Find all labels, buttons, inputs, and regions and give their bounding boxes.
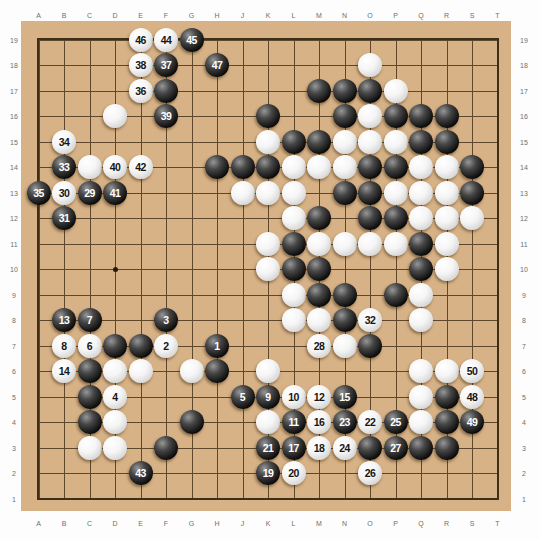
move-number-38: 38: [129, 53, 153, 77]
row-label-left-15: 15: [10, 138, 18, 145]
column-label-top-E: E: [138, 12, 143, 19]
column-label-bottom-A: A: [36, 520, 41, 527]
row-label-left-19: 19: [10, 36, 18, 43]
stone-black-K14: [256, 155, 280, 179]
row-label-right-19: 19: [520, 36, 528, 43]
row-label-right-17: 17: [520, 87, 528, 94]
move-number-46: 46: [129, 28, 153, 52]
stone-white-N11: [333, 232, 357, 256]
stone-white-B7: 8: [52, 334, 76, 358]
stone-white-S6: 50: [460, 359, 484, 383]
stone-black-D13: 41: [103, 181, 127, 205]
stone-black-N9: [333, 283, 357, 307]
stone-black-C5: [78, 385, 102, 409]
column-label-bottom-G: G: [189, 520, 194, 527]
column-label-top-T: T: [495, 12, 499, 19]
stone-black-G4: [180, 410, 204, 434]
move-number-19: 19: [256, 461, 280, 485]
stone-black-K5: 9: [256, 385, 280, 409]
move-number-27: 27: [384, 436, 408, 460]
row-label-right-4: 4: [522, 419, 526, 426]
stone-white-M7: 28: [307, 334, 331, 358]
column-label-top-L: L: [292, 12, 296, 19]
row-label-right-3: 3: [522, 444, 526, 451]
row-label-left-5: 5: [12, 393, 16, 400]
stone-black-E7: [129, 334, 153, 358]
move-number-7: 7: [78, 308, 102, 332]
stone-black-F8: 3: [154, 308, 178, 332]
stone-white-R10: [435, 257, 459, 281]
move-number-23: 23: [333, 410, 357, 434]
row-label-left-11: 11: [10, 240, 17, 247]
column-label-top-N: N: [342, 12, 347, 19]
stone-white-R6: [435, 359, 459, 383]
stone-white-M5: 12: [307, 385, 331, 409]
stone-black-R15: [435, 130, 459, 154]
move-number-11: 11: [282, 410, 306, 434]
stone-black-H7: 1: [205, 334, 229, 358]
stone-white-M14: [307, 155, 331, 179]
stone-white-L14: [282, 155, 306, 179]
stone-black-H14: [205, 155, 229, 179]
stone-black-N16: [333, 104, 357, 128]
stone-black-B14: 33: [52, 155, 76, 179]
column-label-top-R: R: [444, 12, 449, 19]
move-number-3: 3: [154, 308, 178, 332]
stone-white-L2: 20: [282, 461, 306, 485]
stone-black-C4: [78, 410, 102, 434]
stone-black-P16: [384, 104, 408, 128]
move-number-39: 39: [154, 104, 178, 128]
row-label-right-13: 13: [520, 189, 528, 196]
stone-white-L13: [282, 181, 306, 205]
stone-white-L9: [282, 283, 306, 307]
stone-white-O18: [358, 53, 382, 77]
stone-white-B6: 14: [52, 359, 76, 383]
move-number-36: 36: [129, 79, 153, 103]
stone-white-L12: [282, 206, 306, 230]
stone-white-M4: 16: [307, 410, 331, 434]
stone-white-N14: [333, 155, 357, 179]
stone-white-C3: [78, 436, 102, 460]
row-label-left-8: 8: [12, 317, 16, 324]
column-label-bottom-K: K: [266, 520, 271, 527]
move-number-17: 17: [282, 436, 306, 460]
stone-black-S14: [460, 155, 484, 179]
column-label-top-Q: Q: [418, 12, 423, 19]
stone-black-K16: [256, 104, 280, 128]
stone-black-B12: 31: [52, 206, 76, 230]
stone-black-O13: [358, 181, 382, 205]
column-label-bottom-H: H: [214, 520, 219, 527]
stone-black-R4: [435, 410, 459, 434]
stone-white-P11: [384, 232, 408, 256]
stone-white-D4: [103, 410, 127, 434]
stone-black-Q15: [409, 130, 433, 154]
move-number-48: 48: [460, 385, 484, 409]
move-number-45: 45: [180, 28, 204, 52]
stone-white-N7: [333, 334, 357, 358]
stone-white-M3: 18: [307, 436, 331, 460]
stone-white-P15: [384, 130, 408, 154]
column-label-bottom-B: B: [62, 520, 67, 527]
column-label-top-H: H: [214, 12, 219, 19]
move-number-16: 16: [307, 410, 331, 434]
stone-black-P14: [384, 155, 408, 179]
stone-black-H6: [205, 359, 229, 383]
move-number-40: 40: [103, 155, 127, 179]
column-label-bottom-E: E: [138, 520, 143, 527]
move-number-13: 13: [52, 308, 76, 332]
stone-white-R12: [435, 206, 459, 230]
stone-black-C8: 7: [78, 308, 102, 332]
move-number-22: 22: [358, 410, 382, 434]
stone-white-S12: [460, 206, 484, 230]
stone-black-D7: [103, 334, 127, 358]
stone-black-L11: [282, 232, 306, 256]
row-label-left-18: 18: [10, 62, 18, 69]
stone-black-N4: 23: [333, 410, 357, 434]
move-number-21: 21: [256, 436, 280, 460]
stone-black-R16: [435, 104, 459, 128]
stone-black-O12: [358, 206, 382, 230]
row-label-right-7: 7: [522, 342, 526, 349]
column-label-top-M: M: [316, 12, 322, 19]
move-number-14: 14: [52, 359, 76, 383]
stone-white-Q14: [409, 155, 433, 179]
stone-black-F18: 37: [154, 53, 178, 77]
stone-white-E18: 38: [129, 53, 153, 77]
column-label-top-J: J: [241, 12, 245, 19]
stone-black-C6: [78, 359, 102, 383]
move-number-44: 44: [154, 28, 178, 52]
column-label-bottom-N: N: [342, 520, 347, 527]
move-number-18: 18: [307, 436, 331, 460]
move-number-50: 50: [460, 359, 484, 383]
column-label-bottom-F: F: [164, 520, 168, 527]
stone-white-L8: [282, 308, 306, 332]
row-label-left-3: 3: [12, 444, 16, 451]
stone-black-N17: [333, 79, 357, 103]
row-label-right-1: 1: [522, 495, 526, 502]
stone-white-F7: 2: [154, 334, 178, 358]
stone-black-M15: [307, 130, 331, 154]
stone-white-D6: [103, 359, 127, 383]
stone-white-N15: [333, 130, 357, 154]
move-number-30: 30: [52, 181, 76, 205]
move-number-20: 20: [282, 461, 306, 485]
stone-black-M9: [307, 283, 331, 307]
row-label-left-2: 2: [12, 470, 16, 477]
column-label-top-F: F: [164, 12, 168, 19]
row-label-right-2: 2: [522, 470, 526, 477]
row-label-left-7: 7: [12, 342, 16, 349]
stone-white-R14: [435, 155, 459, 179]
stone-white-Q9: [409, 283, 433, 307]
column-label-bottom-P: P: [393, 520, 398, 527]
stone-black-Q3: [409, 436, 433, 460]
stone-black-M17: [307, 79, 331, 103]
stone-white-L5: 10: [282, 385, 306, 409]
move-number-12: 12: [307, 385, 331, 409]
stone-black-P9: [384, 283, 408, 307]
stone-black-Q16: [409, 104, 433, 128]
stone-black-A13: 35: [27, 181, 51, 205]
move-number-6: 6: [78, 334, 102, 358]
move-number-28: 28: [307, 334, 331, 358]
column-label-top-S: S: [470, 12, 475, 19]
row-label-left-9: 9: [12, 291, 16, 298]
move-number-29: 29: [78, 181, 102, 205]
stone-white-G6: [180, 359, 204, 383]
row-label-left-12: 12: [10, 215, 18, 222]
stone-black-N8: [333, 308, 357, 332]
stone-white-K15: [256, 130, 280, 154]
stone-white-M8: [307, 308, 331, 332]
stone-white-O8: 32: [358, 308, 382, 332]
row-label-right-18: 18: [520, 62, 528, 69]
stone-white-D5: 4: [103, 385, 127, 409]
stone-black-P4: 25: [384, 410, 408, 434]
row-label-left-16: 16: [10, 113, 18, 120]
column-label-top-B: B: [62, 12, 67, 19]
stone-black-J5: 5: [231, 385, 255, 409]
row-label-right-16: 16: [520, 113, 528, 120]
stone-black-L3: 17: [282, 436, 306, 460]
stone-black-M10: [307, 257, 331, 281]
stone-white-Q8: [409, 308, 433, 332]
stone-black-P12: [384, 206, 408, 230]
row-label-left-4: 4: [12, 419, 16, 426]
stone-black-M12: [307, 206, 331, 230]
stone-black-G19: 45: [180, 28, 204, 52]
row-label-left-17: 17: [10, 87, 18, 94]
row-label-left-10: 10: [10, 266, 18, 273]
row-label-left-13: 13: [10, 189, 18, 196]
stone-black-R5: [435, 385, 459, 409]
stone-black-F3: [154, 436, 178, 460]
column-label-bottom-L: L: [292, 520, 296, 527]
column-label-top-C: C: [87, 12, 92, 19]
column-label-top-K: K: [266, 12, 271, 19]
stone-white-O2: 26: [358, 461, 382, 485]
column-label-bottom-T: T: [495, 520, 499, 527]
row-label-right-6: 6: [522, 368, 526, 375]
row-label-left-6: 6: [12, 368, 16, 375]
stone-white-N3: 24: [333, 436, 357, 460]
column-label-top-O: O: [367, 12, 372, 19]
star-point: [113, 267, 118, 272]
row-label-right-8: 8: [522, 317, 526, 324]
row-label-right-5: 5: [522, 393, 526, 400]
move-number-49: 49: [460, 410, 484, 434]
stone-white-M11: [307, 232, 331, 256]
stone-black-O7: [358, 334, 382, 358]
move-number-8: 8: [52, 334, 76, 358]
move-number-10: 10: [282, 385, 306, 409]
column-label-bottom-D: D: [112, 520, 117, 527]
stone-black-C13: 29: [78, 181, 102, 205]
stone-white-E17: 36: [129, 79, 153, 103]
move-number-2: 2: [154, 334, 178, 358]
move-number-47: 47: [205, 53, 229, 77]
row-label-right-12: 12: [520, 215, 528, 222]
move-number-4: 4: [103, 385, 127, 409]
stone-black-L15: [282, 130, 306, 154]
move-number-1: 1: [205, 334, 229, 358]
move-number-33: 33: [52, 155, 76, 179]
stone-white-E14: 42: [129, 155, 153, 179]
stone-white-C14: [78, 155, 102, 179]
move-number-24: 24: [333, 436, 357, 460]
row-label-left-14: 14: [10, 164, 18, 171]
stone-black-E2: 43: [129, 461, 153, 485]
column-label-bottom-R: R: [444, 520, 449, 527]
column-label-bottom-Q: Q: [418, 520, 423, 527]
stone-black-H18: 47: [205, 53, 229, 77]
move-number-42: 42: [129, 155, 153, 179]
stone-white-K11: [256, 232, 280, 256]
stone-black-L4: 11: [282, 410, 306, 434]
stone-black-F17: [154, 79, 178, 103]
row-label-left-1: 1: [12, 495, 16, 502]
move-number-31: 31: [52, 206, 76, 230]
stone-white-E19: 46: [129, 28, 153, 52]
stone-black-S4: 49: [460, 410, 484, 434]
stone-white-O4: 22: [358, 410, 382, 434]
go-diagram: AABBCCDDEEFFGGHHJJKKLLMMNNOOPPQQRRSSTT19…: [0, 0, 540, 540]
stone-white-O16: [358, 104, 382, 128]
move-number-5: 5: [231, 385, 255, 409]
column-label-top-G: G: [189, 12, 194, 19]
stone-white-B13: 30: [52, 181, 76, 205]
stone-black-O14: [358, 155, 382, 179]
move-number-9: 9: [256, 385, 280, 409]
move-number-26: 26: [358, 461, 382, 485]
column-label-bottom-O: O: [367, 520, 372, 527]
stone-white-Q12: [409, 206, 433, 230]
stone-black-L10: [282, 257, 306, 281]
stone-white-Q13: [409, 181, 433, 205]
stone-white-K4: [256, 410, 280, 434]
stone-black-O17: [358, 79, 382, 103]
row-label-right-15: 15: [520, 138, 528, 145]
column-label-bottom-C: C: [87, 520, 92, 527]
stone-black-Q11: [409, 232, 433, 256]
stone-white-K6: [256, 359, 280, 383]
stone-black-K3: 21: [256, 436, 280, 460]
stone-white-S5: 48: [460, 385, 484, 409]
move-number-41: 41: [103, 181, 127, 205]
move-number-43: 43: [129, 461, 153, 485]
column-label-bottom-J: J: [241, 520, 245, 527]
column-label-bottom-S: S: [470, 520, 475, 527]
stone-white-O11: [358, 232, 382, 256]
stone-white-O15: [358, 130, 382, 154]
stone-white-F19: 44: [154, 28, 178, 52]
column-label-top-P: P: [393, 12, 398, 19]
stone-black-F16: 39: [154, 104, 178, 128]
stone-white-K13: [256, 181, 280, 205]
stone-white-D16: [103, 104, 127, 128]
column-label-top-A: A: [36, 12, 41, 19]
move-number-32: 32: [358, 308, 382, 332]
stone-white-Q4: [409, 410, 433, 434]
stone-black-N5: 15: [333, 385, 357, 409]
stone-black-O3: [358, 436, 382, 460]
stone-white-P17: [384, 79, 408, 103]
stone-white-J13: [231, 181, 255, 205]
stone-black-S13: [460, 181, 484, 205]
row-label-right-10: 10: [520, 266, 528, 273]
stone-white-K10: [256, 257, 280, 281]
stone-black-N13: [333, 181, 357, 205]
stone-white-D3: [103, 436, 127, 460]
move-number-34: 34: [52, 130, 76, 154]
stone-black-B8: 13: [52, 308, 76, 332]
stone-white-C7: 6: [78, 334, 102, 358]
stone-black-Q10: [409, 257, 433, 281]
column-label-bottom-M: M: [316, 520, 322, 527]
stone-white-Q6: [409, 359, 433, 383]
stone-white-R11: [435, 232, 459, 256]
stone-black-J14: [231, 155, 255, 179]
move-number-37: 37: [154, 53, 178, 77]
stone-black-P3: 27: [384, 436, 408, 460]
stone-white-P13: [384, 181, 408, 205]
column-label-top-D: D: [112, 12, 117, 19]
move-number-15: 15: [333, 385, 357, 409]
stone-white-E6: [129, 359, 153, 383]
row-label-right-9: 9: [522, 291, 526, 298]
move-number-25: 25: [384, 410, 408, 434]
stone-white-B15: 34: [52, 130, 76, 154]
row-label-right-11: 11: [520, 240, 527, 247]
move-number-35: 35: [27, 181, 51, 205]
stone-white-D14: 40: [103, 155, 127, 179]
stone-black-K2: 19: [256, 461, 280, 485]
row-label-right-14: 14: [520, 164, 528, 171]
stone-white-Q5: [409, 385, 433, 409]
stone-white-R13: [435, 181, 459, 205]
stone-black-R3: [435, 436, 459, 460]
